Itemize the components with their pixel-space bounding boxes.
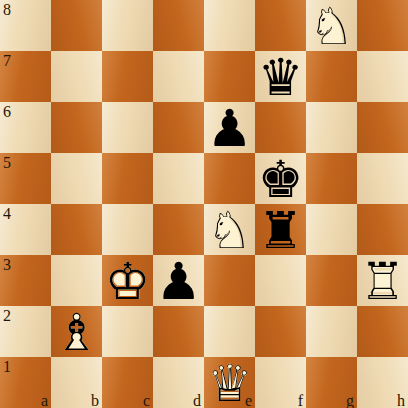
square-b3[interactable] — [51, 255, 102, 306]
file-label-a: a — [41, 392, 48, 408]
black-king-glyph: ♚ — [255, 154, 306, 205]
square-a5[interactable]: 5 — [0, 153, 51, 204]
square-g2[interactable] — [306, 306, 357, 357]
square-e7[interactable] — [204, 51, 255, 102]
square-b6[interactable] — [51, 102, 102, 153]
square-a7[interactable]: 7 — [0, 51, 51, 102]
black-queen-glyph: ♛ — [255, 52, 306, 103]
square-g8[interactable]: ♞♘ — [306, 0, 357, 51]
square-h2[interactable] — [357, 306, 408, 357]
square-h4[interactable] — [357, 204, 408, 255]
square-b8[interactable] — [51, 0, 102, 51]
square-b1[interactable]: b — [51, 357, 102, 408]
black-rook-glyph: ♜ — [255, 205, 306, 256]
square-a6[interactable]: 6 — [0, 102, 51, 153]
square-d2[interactable] — [153, 306, 204, 357]
square-b2[interactable]: ♝♗ — [51, 306, 102, 357]
square-b7[interactable] — [51, 51, 102, 102]
file-label-b: b — [91, 392, 99, 408]
square-d1[interactable]: d — [153, 357, 204, 408]
square-g6[interactable] — [306, 102, 357, 153]
square-d3[interactable]: ♟ — [153, 255, 204, 306]
white-knight-outline: ♘ — [204, 205, 255, 256]
square-f7[interactable]: ♛ — [255, 51, 306, 102]
square-f3[interactable] — [255, 255, 306, 306]
file-label-f: f — [298, 392, 303, 408]
chess-board: 8♞♘7♛6♟5♚4♞♘♜3♚♔♟♜♖2♝♗1abcde♛♕fgh — [0, 0, 408, 408]
square-c1[interactable]: c — [102, 357, 153, 408]
square-h1[interactable]: h — [357, 357, 408, 408]
square-e4[interactable]: ♞♘ — [204, 204, 255, 255]
square-d5[interactable] — [153, 153, 204, 204]
square-c4[interactable] — [102, 204, 153, 255]
black-pawn[interactable]: ♟ — [153, 255, 204, 306]
square-e3[interactable] — [204, 255, 255, 306]
square-a2[interactable]: 2 — [0, 306, 51, 357]
square-e1[interactable]: e♛♕ — [204, 357, 255, 408]
square-c3[interactable]: ♚♔ — [102, 255, 153, 306]
rank-label-7: 7 — [3, 51, 11, 70]
square-b4[interactable] — [51, 204, 102, 255]
black-pawn-glyph: ♟ — [153, 256, 204, 307]
chess-board-container: 8♞♘7♛6♟5♚4♞♘♜3♚♔♟♜♖2♝♗1abcde♛♕fgh — [0, 0, 408, 408]
rank-label-2: 2 — [3, 306, 11, 325]
square-e8[interactable] — [204, 0, 255, 51]
file-label-c: c — [143, 392, 150, 408]
white-rook-outline: ♖ — [357, 256, 408, 307]
square-h5[interactable] — [357, 153, 408, 204]
black-pawn[interactable]: ♟ — [204, 102, 255, 153]
square-f1[interactable]: f — [255, 357, 306, 408]
square-e2[interactable] — [204, 306, 255, 357]
square-g1[interactable]: g — [306, 357, 357, 408]
white-queen-outline: ♕ — [204, 358, 255, 408]
square-a3[interactable]: 3 — [0, 255, 51, 306]
white-bishop[interactable]: ♝♗ — [51, 306, 102, 357]
rank-label-3: 3 — [3, 255, 11, 274]
square-f2[interactable] — [255, 306, 306, 357]
black-pawn-glyph: ♟ — [204, 103, 255, 154]
square-h6[interactable] — [357, 102, 408, 153]
square-d8[interactable] — [153, 0, 204, 51]
square-c7[interactable] — [102, 51, 153, 102]
square-h3[interactable]: ♜♖ — [357, 255, 408, 306]
rank-label-6: 6 — [3, 102, 11, 121]
black-rook[interactable]: ♜ — [255, 204, 306, 255]
square-f8[interactable] — [255, 0, 306, 51]
square-a1[interactable]: 1a — [0, 357, 51, 408]
square-a8[interactable]: 8 — [0, 0, 51, 51]
square-h8[interactable] — [357, 0, 408, 51]
rank-label-8: 8 — [3, 0, 11, 19]
white-knight-outline: ♘ — [306, 1, 357, 52]
square-c5[interactable] — [102, 153, 153, 204]
rank-label-1: 1 — [3, 357, 11, 376]
square-g7[interactable] — [306, 51, 357, 102]
square-f6[interactable] — [255, 102, 306, 153]
file-label-g: g — [346, 392, 354, 408]
file-label-h: h — [397, 392, 405, 408]
white-rook[interactable]: ♜♖ — [357, 255, 408, 306]
square-e6[interactable]: ♟ — [204, 102, 255, 153]
square-g3[interactable] — [306, 255, 357, 306]
square-e5[interactable] — [204, 153, 255, 204]
black-king[interactable]: ♚ — [255, 153, 306, 204]
white-king[interactable]: ♚♔ — [102, 255, 153, 306]
white-knight[interactable]: ♞♘ — [306, 0, 357, 51]
white-bishop-outline: ♗ — [51, 307, 102, 358]
black-queen[interactable]: ♛ — [255, 51, 306, 102]
square-d7[interactable] — [153, 51, 204, 102]
square-a4[interactable]: 4 — [0, 204, 51, 255]
square-g5[interactable] — [306, 153, 357, 204]
white-knight[interactable]: ♞♘ — [204, 204, 255, 255]
rank-label-5: 5 — [3, 153, 11, 172]
square-b5[interactable] — [51, 153, 102, 204]
white-queen[interactable]: ♛♕ — [204, 357, 255, 408]
square-h7[interactable] — [357, 51, 408, 102]
square-d4[interactable] — [153, 204, 204, 255]
file-label-d: d — [193, 392, 201, 408]
square-f4[interactable]: ♜ — [255, 204, 306, 255]
square-f5[interactable]: ♚ — [255, 153, 306, 204]
white-king-outline: ♔ — [102, 256, 153, 307]
square-c8[interactable] — [102, 0, 153, 51]
square-g4[interactable] — [306, 204, 357, 255]
rank-label-4: 4 — [3, 204, 11, 223]
square-c6[interactable] — [102, 102, 153, 153]
square-c2[interactable] — [102, 306, 153, 357]
square-d6[interactable] — [153, 102, 204, 153]
